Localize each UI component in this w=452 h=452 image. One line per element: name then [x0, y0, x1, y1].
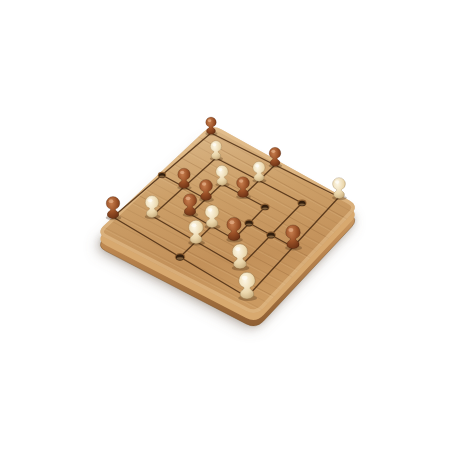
point-e5-hole[interactable]	[260, 203, 269, 210]
product-photo	[0, 0, 452, 452]
peg-dark-a7[interactable]	[205, 117, 217, 136]
peg-dark-a1[interactable]	[106, 197, 122, 221]
point-e4-hole[interactable]	[244, 219, 254, 226]
point-f4-hole[interactable]	[266, 231, 276, 239]
peg-light-g7[interactable]	[332, 178, 347, 200]
point-f6-hole[interactable]	[297, 200, 306, 207]
point-d1-hole[interactable]	[175, 253, 185, 261]
nine-mens-morris-board	[0, 0, 452, 452]
point-a4-hole[interactable]	[158, 172, 166, 178]
